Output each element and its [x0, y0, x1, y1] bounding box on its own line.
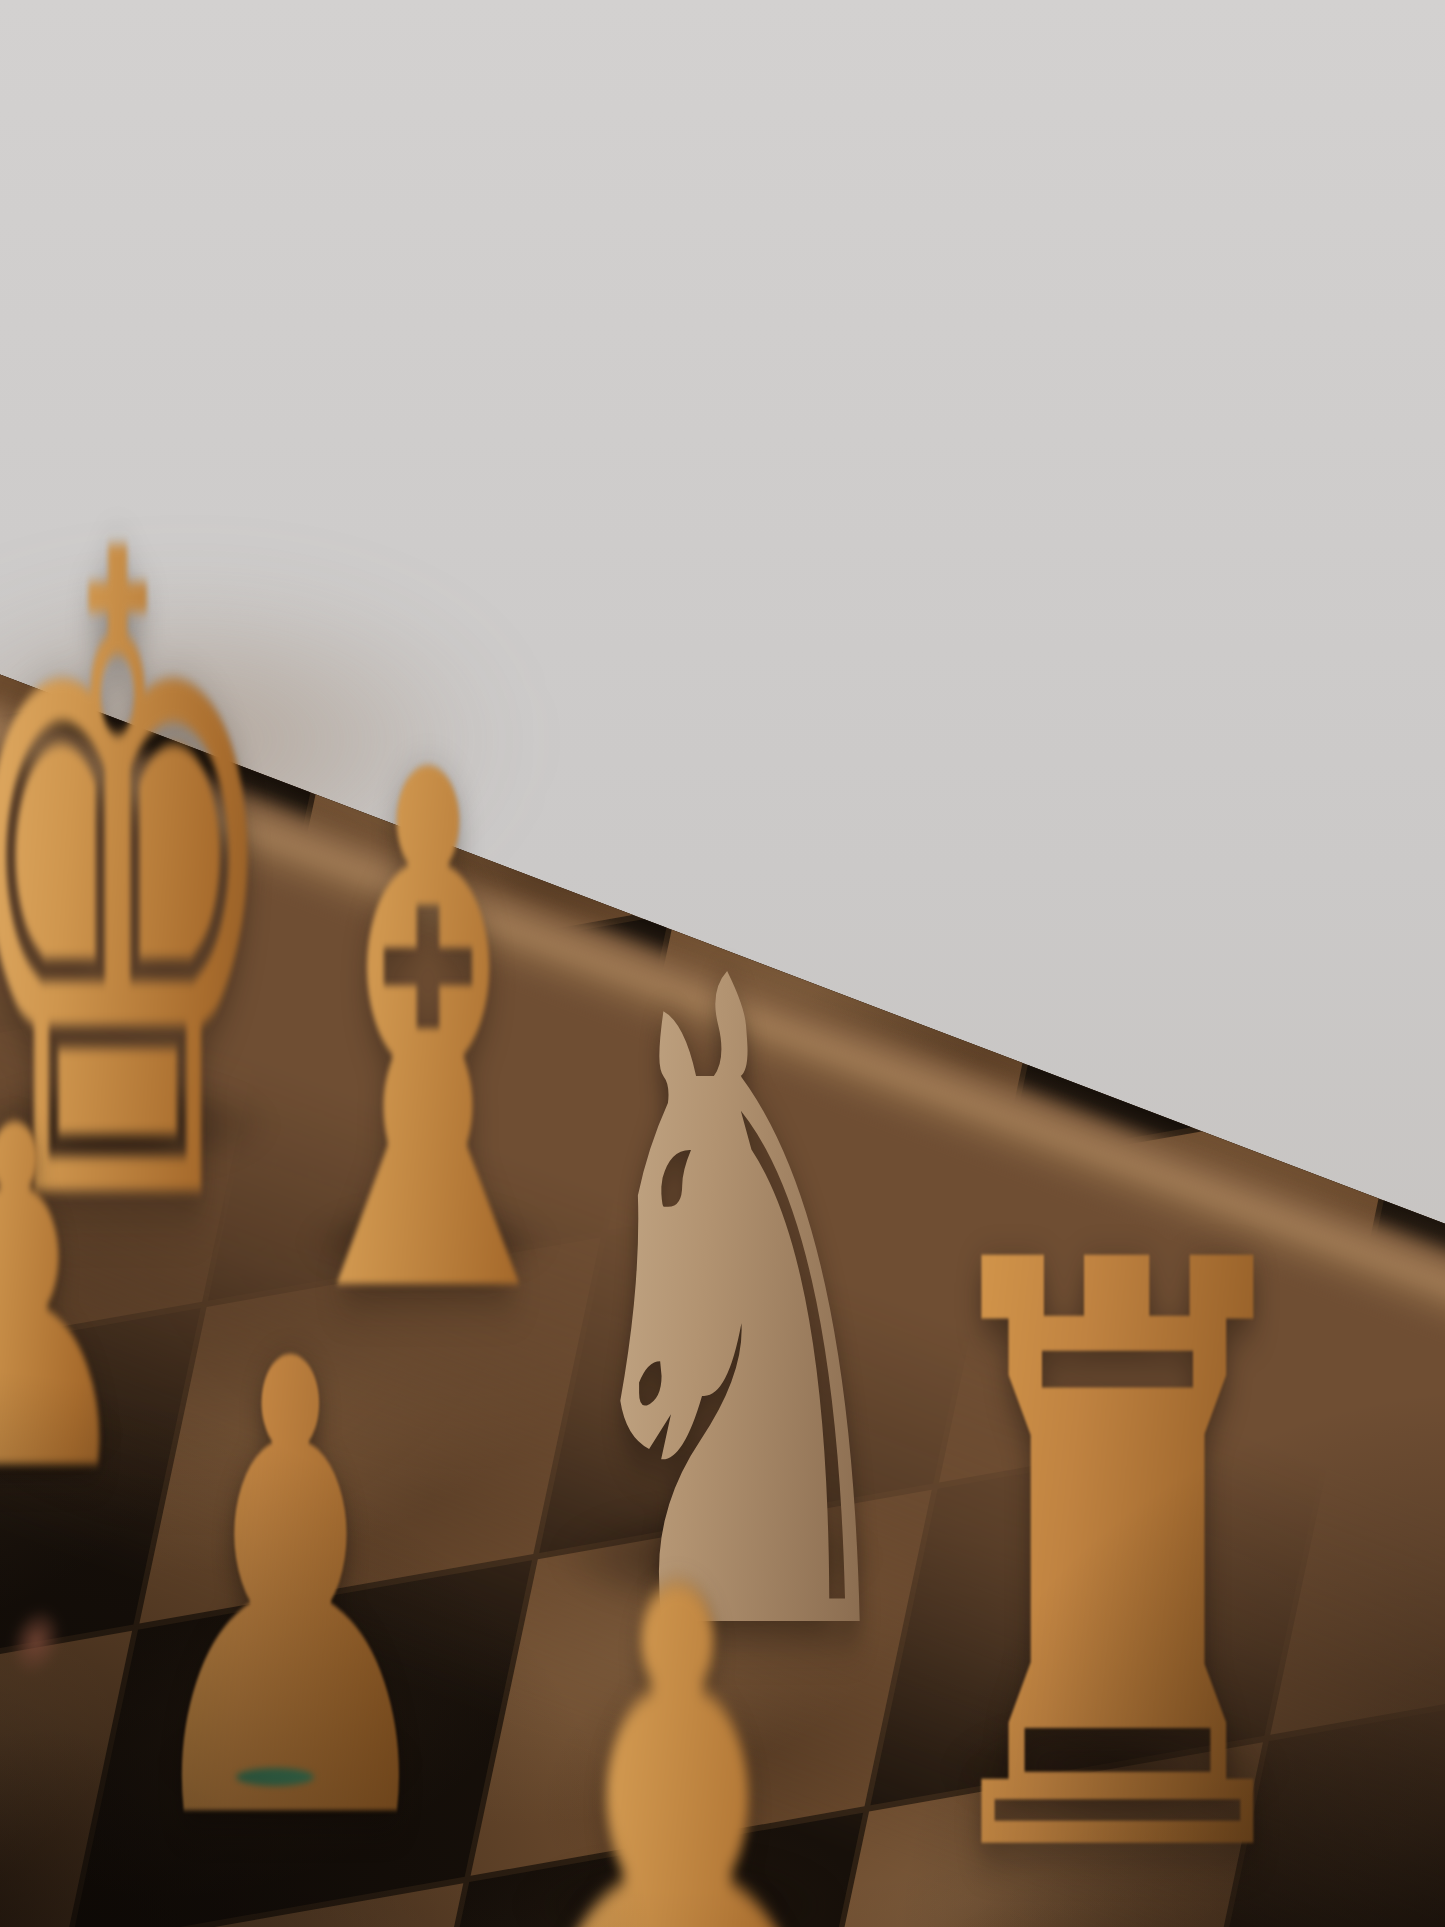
white-rook-piece[interactable]: ♜︎ — [876, 1161, 1359, 1927]
pawn-felt-base — [236, 1768, 314, 1786]
white-pawn-piece-small[interactable]: ♟︎ — [109, 1281, 472, 1906]
photo-scene: ♚︎ ♝︎ ♟︎ ♟︎ ♞︎ ♜︎ ♟︎ — [0, 0, 1445, 1927]
board-square — [1076, 451, 1445, 837]
white-pawn-piece-foreground[interactable]: ♟︎ — [447, 1496, 909, 1927]
board-square — [1145, 128, 1445, 514]
board-square — [745, 199, 1206, 585]
board-square — [1407, 703, 1445, 1089]
